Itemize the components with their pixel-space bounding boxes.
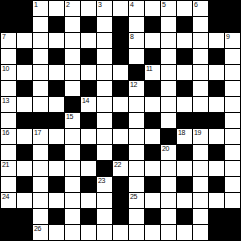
letter-cell-r12c14[interactable] bbox=[225, 193, 240, 208]
block-cell-r7c1 bbox=[17, 113, 32, 128]
block-cell-r3c7 bbox=[113, 49, 128, 64]
letter-cell-r0c2[interactable]: 1 bbox=[33, 1, 48, 16]
clue-number-21: 21 bbox=[2, 161, 9, 169]
letter-cell-r2c11[interactable] bbox=[177, 33, 192, 48]
letter-cell-r10c7[interactable]: 22 bbox=[113, 161, 128, 176]
block-cell-r14c0 bbox=[1, 225, 16, 240]
crossword-board: 1234567891011121314151617181920212223242… bbox=[0, 0, 241, 241]
block-cell-r5c5 bbox=[81, 81, 96, 96]
letter-cell-r12c8[interactable]: 25 bbox=[129, 193, 144, 208]
letter-cell-r0c7[interactable] bbox=[113, 1, 128, 16]
letter-cell-r6c11[interactable] bbox=[177, 97, 192, 112]
block-cell-r13c13 bbox=[209, 209, 224, 224]
clue-number-24: 24 bbox=[2, 193, 9, 201]
letter-cell-r11c14[interactable] bbox=[225, 177, 240, 192]
letter-cell-r2c6[interactable] bbox=[97, 33, 112, 48]
letter-cell-r3c4[interactable] bbox=[65, 49, 80, 64]
block-cell-r3c9 bbox=[145, 49, 160, 64]
block-cell-r7c11 bbox=[177, 113, 192, 128]
block-cell-r3c13 bbox=[209, 49, 224, 64]
letter-cell-r4c13[interactable] bbox=[209, 65, 224, 80]
block-cell-r13c7 bbox=[113, 209, 128, 224]
letter-cell-r14c12[interactable] bbox=[193, 225, 208, 240]
block-cell-r13c3 bbox=[49, 209, 64, 224]
clue-number-7: 7 bbox=[2, 33, 5, 41]
letter-cell-r12c10[interactable] bbox=[161, 193, 176, 208]
letter-cell-r1c8[interactable] bbox=[129, 17, 144, 32]
letter-cell-r6c7[interactable] bbox=[113, 97, 128, 112]
letter-cell-r0c6[interactable]: 3 bbox=[97, 1, 112, 16]
letter-cell-r9c12[interactable] bbox=[193, 145, 208, 160]
letter-cell-r1c2[interactable] bbox=[33, 17, 48, 32]
clue-number-11: 11 bbox=[146, 65, 152, 73]
letter-cell-r0c3[interactable] bbox=[49, 1, 64, 16]
clue-number-10: 10 bbox=[2, 65, 9, 73]
letter-cell-r11c8[interactable] bbox=[129, 177, 144, 192]
letter-cell-r10c14[interactable] bbox=[225, 161, 240, 176]
letter-cell-r7c4[interactable]: 15 bbox=[65, 113, 80, 128]
block-cell-r9c9 bbox=[145, 145, 160, 160]
letter-cell-r4c10[interactable] bbox=[161, 65, 176, 80]
letter-cell-r3c2[interactable] bbox=[33, 49, 48, 64]
letter-cell-r3c6[interactable] bbox=[97, 49, 112, 64]
block-cell-r13c11 bbox=[177, 209, 192, 224]
block-cell-r13c14 bbox=[225, 209, 240, 224]
letter-cell-r8c2[interactable]: 17 bbox=[33, 129, 48, 144]
letter-cell-r12c4[interactable] bbox=[65, 193, 80, 208]
block-cell-r3c3 bbox=[49, 49, 64, 64]
letter-cell-r2c3[interactable] bbox=[49, 33, 64, 48]
letter-cell-r11c6[interactable]: 23 bbox=[97, 177, 112, 192]
letter-cell-r6c0[interactable]: 13 bbox=[1, 97, 16, 112]
letter-cell-r7c10[interactable] bbox=[161, 113, 176, 128]
block-cell-r5c1 bbox=[17, 81, 32, 96]
clue-number-17: 17 bbox=[34, 129, 41, 137]
letter-cell-r10c5[interactable] bbox=[81, 161, 96, 176]
block-cell-r12c7 bbox=[113, 193, 128, 208]
letter-cell-r1c10[interactable] bbox=[161, 17, 176, 32]
clue-number-18: 18 bbox=[178, 129, 185, 137]
block-cell-r1c3 bbox=[49, 17, 64, 32]
block-cell-r7c7 bbox=[113, 113, 128, 128]
clue-number-15: 15 bbox=[66, 113, 73, 121]
block-cell-r7c3 bbox=[49, 113, 64, 128]
block-cell-r11c11 bbox=[177, 177, 192, 192]
letter-cell-r4c7[interactable] bbox=[113, 65, 128, 80]
block-cell-r1c5 bbox=[81, 17, 96, 32]
letter-cell-r4c11[interactable] bbox=[177, 65, 192, 80]
clue-number-3: 3 bbox=[98, 1, 101, 9]
letter-cell-r5c10[interactable] bbox=[161, 81, 176, 96]
block-cell-r9c3 bbox=[49, 145, 64, 160]
letter-cell-r13c2[interactable] bbox=[33, 209, 48, 224]
block-cell-r3c5 bbox=[81, 49, 96, 64]
letter-cell-r10c11[interactable] bbox=[177, 161, 192, 176]
block-cell-r1c14 bbox=[225, 17, 240, 32]
letter-cell-r4c12[interactable] bbox=[193, 65, 208, 80]
block-cell-r1c7 bbox=[113, 17, 128, 32]
block-cell-r0c14 bbox=[225, 1, 240, 16]
block-cell-r3c1 bbox=[17, 49, 32, 64]
block-cell-r6c4 bbox=[65, 97, 80, 112]
letter-cell-r4c2[interactable] bbox=[33, 65, 48, 80]
clue-number-1: 1 bbox=[34, 1, 37, 9]
letter-cell-r1c6[interactable] bbox=[97, 17, 112, 32]
block-cell-r5c3 bbox=[49, 81, 64, 96]
letter-cell-r5c4[interactable] bbox=[65, 81, 80, 96]
letter-cell-r8c1[interactable] bbox=[17, 129, 32, 144]
clue-number-22: 22 bbox=[114, 161, 121, 169]
letter-cell-r13c12[interactable] bbox=[193, 209, 208, 224]
letter-cell-r6c6[interactable] bbox=[97, 97, 112, 112]
clue-number-16: 16 bbox=[2, 129, 9, 137]
letter-cell-r14c5[interactable] bbox=[81, 225, 96, 240]
letter-cell-r14c6[interactable] bbox=[97, 225, 112, 240]
letter-cell-r14c8[interactable] bbox=[129, 225, 144, 240]
clue-number-8: 8 bbox=[130, 33, 133, 41]
letter-cell-r11c12[interactable] bbox=[193, 177, 208, 192]
letter-cell-r14c11[interactable] bbox=[177, 225, 192, 240]
letter-cell-r3c12[interactable] bbox=[193, 49, 208, 64]
letter-cell-r0c5[interactable] bbox=[81, 1, 96, 16]
letter-cell-r10c4[interactable] bbox=[65, 161, 80, 176]
letter-cell-r11c2[interactable] bbox=[33, 177, 48, 192]
block-cell-r1c11 bbox=[177, 17, 192, 32]
letter-cell-r8c4[interactable] bbox=[65, 129, 80, 144]
crossword-puzzle: 1234567891011121314151617181920212223242… bbox=[0, 0, 241, 241]
letter-cell-r4c14[interactable] bbox=[225, 65, 240, 80]
letter-cell-r5c6[interactable] bbox=[97, 81, 112, 96]
block-cell-r9c7 bbox=[113, 145, 128, 160]
letter-cell-r5c12[interactable] bbox=[193, 81, 208, 96]
letter-cell-r7c8[interactable] bbox=[129, 113, 144, 128]
block-cell-r13c9 bbox=[145, 209, 160, 224]
block-cell-r2c7 bbox=[113, 33, 128, 48]
letter-cell-r10c3[interactable] bbox=[49, 161, 64, 176]
letter-cell-r7c6[interactable] bbox=[97, 113, 112, 128]
block-cell-r13c1 bbox=[17, 209, 32, 224]
block-cell-r11c9 bbox=[145, 177, 160, 192]
letter-cell-r14c9[interactable] bbox=[145, 225, 160, 240]
letter-cell-r12c13[interactable] bbox=[209, 193, 224, 208]
letter-cell-r1c4[interactable] bbox=[65, 17, 80, 32]
block-cell-r14c1 bbox=[17, 225, 32, 240]
letter-cell-r9c8[interactable] bbox=[129, 145, 144, 160]
letter-cell-r2c0[interactable]: 7 bbox=[1, 33, 16, 48]
letter-cell-r4c5[interactable] bbox=[81, 65, 96, 80]
letter-cell-r2c10[interactable] bbox=[161, 33, 176, 48]
block-cell-r0c13 bbox=[209, 1, 224, 16]
block-cell-r1c9 bbox=[145, 17, 160, 32]
letter-cell-r0c10[interactable]: 5 bbox=[161, 1, 176, 16]
block-cell-r5c9 bbox=[145, 81, 160, 96]
letter-cell-r13c10[interactable] bbox=[161, 209, 176, 224]
block-cell-r9c11 bbox=[177, 145, 192, 160]
letter-cell-r1c12[interactable] bbox=[193, 17, 208, 32]
letter-cell-r4c1[interactable] bbox=[17, 65, 32, 80]
letter-cell-r0c8[interactable]: 4 bbox=[129, 1, 144, 16]
letter-cell-r2c2[interactable] bbox=[33, 33, 48, 48]
clue-number-6: 6 bbox=[194, 1, 197, 9]
block-cell-r5c11 bbox=[177, 81, 192, 96]
block-cell-r0c1 bbox=[17, 1, 32, 16]
letter-cell-r4c0[interactable]: 10 bbox=[1, 65, 16, 80]
letter-cell-r8c6[interactable] bbox=[97, 129, 112, 144]
letter-cell-r4c9[interactable]: 11 bbox=[145, 65, 160, 80]
letter-cell-r2c4[interactable] bbox=[65, 33, 80, 48]
clue-number-12: 12 bbox=[130, 81, 137, 89]
block-cell-r13c0 bbox=[1, 209, 16, 224]
block-cell-r4c8 bbox=[129, 65, 144, 80]
letter-cell-r10c9[interactable] bbox=[145, 161, 160, 176]
letter-cell-r10c12[interactable] bbox=[193, 161, 208, 176]
letter-cell-r12c11[interactable] bbox=[177, 193, 192, 208]
block-cell-r11c3 bbox=[49, 177, 64, 192]
clue-number-19: 19 bbox=[194, 129, 201, 137]
clue-number-25: 25 bbox=[130, 193, 137, 201]
letter-cell-r7c14[interactable] bbox=[225, 113, 240, 128]
clue-number-9: 9 bbox=[226, 33, 229, 41]
letter-cell-r3c8[interactable] bbox=[129, 49, 144, 64]
block-cell-r9c13 bbox=[209, 145, 224, 160]
letter-cell-r9c0[interactable] bbox=[1, 145, 16, 160]
letter-cell-r11c0[interactable] bbox=[1, 177, 16, 192]
block-cell-r5c13 bbox=[209, 81, 224, 96]
letter-cell-r9c6[interactable] bbox=[97, 145, 112, 160]
letter-cell-r6c5[interactable]: 14 bbox=[81, 97, 96, 112]
clue-number-14: 14 bbox=[82, 97, 89, 105]
letter-cell-r5c8[interactable]: 12 bbox=[129, 81, 144, 96]
block-cell-r9c1 bbox=[17, 145, 32, 160]
letter-cell-r12c3[interactable] bbox=[49, 193, 64, 208]
letter-cell-r8c9[interactable] bbox=[145, 129, 160, 144]
letter-cell-r10c1[interactable] bbox=[17, 161, 32, 176]
letter-cell-r14c4[interactable] bbox=[65, 225, 80, 240]
letter-cell-r8c14[interactable] bbox=[225, 129, 240, 144]
block-cell-r7c13 bbox=[209, 113, 224, 128]
letter-cell-r4c6[interactable] bbox=[97, 65, 112, 80]
letter-cell-r8c3[interactable] bbox=[49, 129, 64, 144]
letter-cell-r8c8[interactable] bbox=[129, 129, 144, 144]
letter-cell-r2c12[interactable] bbox=[193, 33, 208, 48]
letter-cell-r6c1[interactable] bbox=[17, 97, 32, 112]
block-cell-r0c0 bbox=[1, 1, 16, 16]
block-cell-r11c5 bbox=[81, 177, 96, 192]
letter-cell-r7c0[interactable] bbox=[1, 113, 16, 128]
clue-number-26: 26 bbox=[34, 225, 41, 233]
letter-cell-r8c0[interactable]: 16 bbox=[1, 129, 16, 144]
letter-cell-r9c14[interactable] bbox=[225, 145, 240, 160]
letter-cell-r2c5[interactable] bbox=[81, 33, 96, 48]
letter-cell-r6c9[interactable] bbox=[145, 97, 160, 112]
letter-cell-r11c4[interactable] bbox=[65, 177, 80, 192]
letter-cell-r8c12[interactable]: 19 bbox=[193, 129, 208, 144]
letter-cell-r3c10[interactable] bbox=[161, 49, 176, 64]
letter-cell-r10c8[interactable] bbox=[129, 161, 144, 176]
block-cell-r7c2 bbox=[33, 113, 48, 128]
clue-number-2: 2 bbox=[66, 1, 69, 9]
letter-cell-r13c4[interactable] bbox=[65, 209, 80, 224]
letter-cell-r2c9[interactable] bbox=[145, 33, 160, 48]
letter-cell-r8c11[interactable]: 18 bbox=[177, 129, 192, 144]
letter-cell-r12c9[interactable] bbox=[145, 193, 160, 208]
block-cell-r13c5 bbox=[81, 209, 96, 224]
letter-cell-r2c1[interactable] bbox=[17, 33, 32, 48]
letter-cell-r6c2[interactable] bbox=[33, 97, 48, 112]
letter-cell-r5c0[interactable] bbox=[1, 81, 16, 96]
letter-cell-r9c10[interactable]: 20 bbox=[161, 145, 176, 160]
letter-cell-r14c7[interactable] bbox=[113, 225, 128, 240]
letter-cell-r9c4[interactable] bbox=[65, 145, 80, 160]
letter-cell-r6c14[interactable] bbox=[225, 97, 240, 112]
block-cell-r10c6 bbox=[97, 161, 112, 176]
letter-cell-r14c10[interactable] bbox=[161, 225, 176, 240]
letter-cell-r8c5[interactable] bbox=[81, 129, 96, 144]
letter-cell-r5c14[interactable] bbox=[225, 81, 240, 96]
letter-cell-r2c13[interactable] bbox=[209, 33, 224, 48]
letter-cell-r2c14[interactable]: 9 bbox=[225, 33, 240, 48]
letter-cell-r6c12[interactable] bbox=[193, 97, 208, 112]
letter-cell-r0c11[interactable] bbox=[177, 1, 192, 16]
clue-number-20: 20 bbox=[162, 145, 169, 153]
block-cell-r14c13 bbox=[209, 225, 224, 240]
block-cell-r7c12 bbox=[193, 113, 208, 128]
letter-cell-r0c12[interactable]: 6 bbox=[193, 1, 208, 16]
clue-number-4: 4 bbox=[130, 1, 133, 9]
letter-cell-r8c7[interactable] bbox=[113, 129, 128, 144]
letter-cell-r3c14[interactable] bbox=[225, 49, 240, 64]
block-cell-r9c5 bbox=[81, 145, 96, 160]
block-cell-r14c14 bbox=[225, 225, 240, 240]
letter-cell-r12c1[interactable] bbox=[17, 193, 32, 208]
letter-cell-r0c9[interactable] bbox=[145, 1, 160, 16]
letter-cell-r10c13[interactable] bbox=[209, 161, 224, 176]
letter-cell-r4c3[interactable] bbox=[49, 65, 64, 80]
clue-number-23: 23 bbox=[98, 177, 105, 185]
block-cell-r7c9 bbox=[145, 113, 160, 128]
letter-cell-r9c2[interactable] bbox=[33, 145, 48, 160]
block-cell-r3c11 bbox=[177, 49, 192, 64]
letter-cell-r10c10[interactable] bbox=[161, 161, 176, 176]
letter-cell-r12c6[interactable] bbox=[97, 193, 112, 208]
letter-cell-r14c3[interactable] bbox=[49, 225, 64, 240]
letter-cell-r12c2[interactable] bbox=[33, 193, 48, 208]
letter-cell-r13c8[interactable] bbox=[129, 209, 144, 224]
letter-cell-r6c8[interactable] bbox=[129, 97, 144, 112]
letter-cell-r3c0[interactable] bbox=[1, 49, 16, 64]
letter-cell-r11c10[interactable] bbox=[161, 177, 176, 192]
letter-cell-r6c3[interactable] bbox=[49, 97, 64, 112]
letter-cell-r8c13[interactable] bbox=[209, 129, 224, 144]
block-cell-r7c5 bbox=[81, 113, 96, 128]
letter-cell-r4c4[interactable] bbox=[65, 65, 80, 80]
block-cell-r11c13 bbox=[209, 177, 224, 192]
letter-cell-r10c0[interactable]: 21 bbox=[1, 161, 16, 176]
letter-cell-r13c6[interactable] bbox=[97, 209, 112, 224]
letter-cell-r12c12[interactable] bbox=[193, 193, 208, 208]
clue-number-13: 13 bbox=[2, 97, 9, 105]
letter-cell-r6c10[interactable] bbox=[161, 97, 176, 112]
block-cell-r8c10 bbox=[161, 129, 176, 144]
letter-cell-r0c4[interactable]: 2 bbox=[65, 1, 80, 16]
letter-cell-r10c2[interactable] bbox=[33, 161, 48, 176]
letter-cell-r5c2[interactable] bbox=[33, 81, 48, 96]
block-cell-r5c7 bbox=[113, 81, 128, 96]
letter-cell-r6c13[interactable] bbox=[209, 97, 224, 112]
block-cell-r11c7 bbox=[113, 177, 128, 192]
letter-cell-r2c8[interactable]: 8 bbox=[129, 33, 144, 48]
block-cell-r1c1 bbox=[17, 17, 32, 32]
letter-cell-r12c5[interactable] bbox=[81, 193, 96, 208]
letter-cell-r14c2[interactable]: 26 bbox=[33, 225, 48, 240]
block-cell-r1c0 bbox=[1, 17, 16, 32]
clue-number-5: 5 bbox=[162, 1, 165, 9]
block-cell-r1c13 bbox=[209, 17, 224, 32]
letter-cell-r12c0[interactable]: 24 bbox=[1, 193, 16, 208]
block-cell-r11c1 bbox=[17, 177, 32, 192]
